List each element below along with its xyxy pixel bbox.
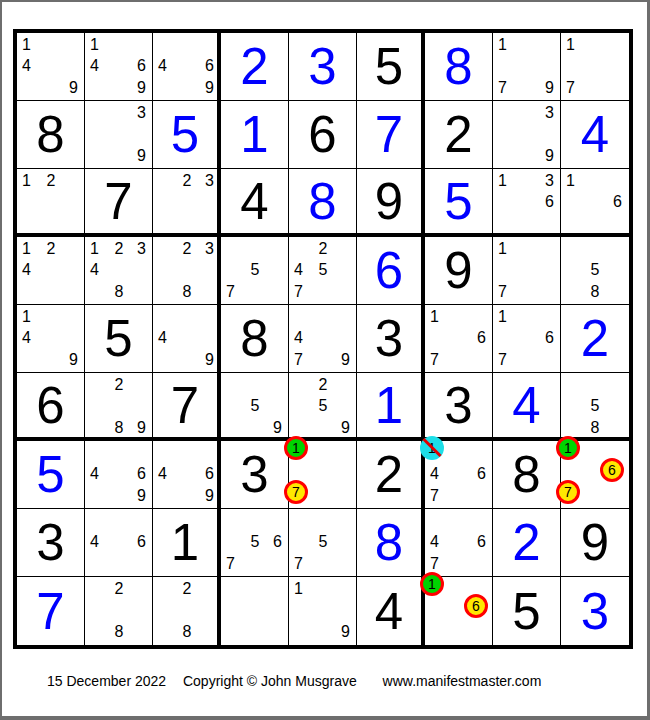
pencil-mark: 2 xyxy=(108,238,130,260)
pencil-mark: 9 xyxy=(128,485,150,507)
candidate-circle-yellow: 6 xyxy=(464,594,488,618)
cell-r9c3[interactable]: 28 xyxy=(153,577,221,645)
given-digit: 5 xyxy=(104,309,132,368)
pencil-mark: 6 xyxy=(264,531,286,553)
pencil-mark: 1 xyxy=(494,306,516,328)
solved-digit: 6 xyxy=(375,241,403,300)
cell-r4c2[interactable]: 12348 xyxy=(85,237,153,305)
pencil-mark: 9 xyxy=(128,77,150,99)
pencil-mark: 8 xyxy=(108,417,130,439)
pencil-mark: 5 xyxy=(244,259,266,281)
cell-r5c8[interactable]: 167 xyxy=(493,305,561,373)
cell-r1c1[interactable]: 149 xyxy=(17,33,85,101)
pencil-mark: 6 xyxy=(128,531,150,553)
footer-date: 15 December 2022 xyxy=(47,673,166,689)
pencil-mark: 3 xyxy=(536,102,558,124)
pencil-mark: 4 xyxy=(86,55,108,77)
given-digit: 3 xyxy=(444,376,472,435)
cell-r9c5[interactable]: 19 xyxy=(289,577,357,645)
cell-r7c3[interactable]: 469 xyxy=(153,441,221,509)
pencil-mark: 8 xyxy=(108,621,130,643)
cell-r2c7[interactable]: 2 xyxy=(425,101,493,169)
pencil-mark: 9 xyxy=(196,77,218,99)
pencil-mark: 7 xyxy=(494,349,516,371)
cell-r9c9[interactable]: 3 xyxy=(561,577,629,645)
cell-r2c5[interactable]: 6 xyxy=(289,101,357,169)
pencil-mark: 1 xyxy=(494,238,516,260)
solved-digit: 1 xyxy=(240,105,268,164)
candidate-circle-green: 1 xyxy=(420,572,444,596)
pencil-mark: 2 xyxy=(108,374,130,396)
pencil-mark: 5 xyxy=(312,259,334,281)
pencil-mark: 9 xyxy=(196,349,218,371)
given-digit: 7 xyxy=(104,172,132,231)
cell-r3c8[interactable]: 136 xyxy=(493,169,561,237)
pencil-mark: 2 xyxy=(108,578,130,600)
pencil-mark: 9 xyxy=(196,485,218,507)
pencil-mark: 7 xyxy=(222,553,244,575)
cell-r8c7[interactable]: 467 xyxy=(425,509,493,577)
cell-r6c7[interactable]: 3 xyxy=(425,373,493,441)
pencil-mark: 3 xyxy=(196,238,218,260)
pencil-mark: 4 xyxy=(86,531,108,553)
cell-r8c6[interactable]: 8 xyxy=(357,509,425,577)
cell-r4c8[interactable]: 17 xyxy=(493,237,561,305)
cell-r5c9[interactable]: 2 xyxy=(561,305,629,373)
solved-digit: 1 xyxy=(375,376,403,435)
pencil-mark: 5 xyxy=(584,395,606,417)
cell-r3c7[interactable]: 5 xyxy=(425,169,493,237)
cell-r9c7[interactable]: 16 xyxy=(425,577,493,645)
cell-r7c5[interactable]: 17 xyxy=(289,441,357,509)
cell-r8c8[interactable]: 2 xyxy=(493,509,561,577)
pencil-mark: 5 xyxy=(584,259,606,281)
candidate-circle-yellow: 6 xyxy=(600,458,624,482)
pencil-mark: 9 xyxy=(332,349,354,371)
cell-r6c9[interactable]: 58 xyxy=(561,373,629,441)
cell-r6c6[interactable]: 1 xyxy=(357,373,425,441)
cell-r6c5[interactable]: 259 xyxy=(289,373,357,441)
pencil-mark: 2 xyxy=(312,374,334,396)
pencil-mark: 4 xyxy=(18,55,40,77)
pencil-mark: 1 xyxy=(18,306,40,328)
pencil-mark: 2 xyxy=(176,170,198,192)
cell-r5c7[interactable]: 167 xyxy=(425,305,493,373)
solved-digit: 4 xyxy=(581,105,609,164)
pencil-mark: 9 xyxy=(264,417,286,439)
pencil-mark: 5 xyxy=(244,531,266,553)
pencil-mark: 4 xyxy=(426,463,448,485)
pencil-mark: 1 xyxy=(86,238,108,260)
cell-r2c9[interactable]: 4 xyxy=(561,101,629,169)
solved-digit: 8 xyxy=(375,513,403,572)
candidate-eliminated-cyan: 1 xyxy=(420,436,444,460)
cell-r3c4[interactable]: 4 xyxy=(221,169,289,237)
cell-r1c8[interactable]: 179 xyxy=(493,33,561,101)
cell-r5c1[interactable]: 149 xyxy=(17,305,85,373)
cell-r8c4[interactable]: 567 xyxy=(221,509,289,577)
footer: 15 December 2022 Copyright © John Musgra… xyxy=(47,673,541,689)
pencil-mark: 2 xyxy=(40,170,62,192)
cell-r6c2[interactable]: 289 xyxy=(85,373,153,441)
given-digit: 3 xyxy=(240,445,268,504)
pencil-mark: 7 xyxy=(426,485,448,507)
pencil-mark: 6 xyxy=(196,463,218,485)
cell-r3c2[interactable]: 7 xyxy=(85,169,153,237)
pencil-mark: 9 xyxy=(536,77,558,99)
pencil-mark: 9 xyxy=(332,621,354,643)
cell-r5c3[interactable]: 49 xyxy=(153,305,221,373)
candidate-circle-green: 1 xyxy=(284,436,308,460)
given-digit: 6 xyxy=(308,105,336,164)
pencil-mark: 4 xyxy=(18,259,40,281)
cell-r9c8[interactable]: 5 xyxy=(493,577,561,645)
pencil-mark: 6 xyxy=(196,55,218,77)
candidate-circle-green: 1 xyxy=(556,436,580,460)
cell-r2c6[interactable]: 7 xyxy=(357,101,425,169)
pencil-mark: 6 xyxy=(536,191,558,213)
pencil-mark: 1 xyxy=(494,170,516,192)
pencil-mark: 4 xyxy=(86,259,108,281)
pencil-mark: 6 xyxy=(128,463,150,485)
pencil-mark: 6 xyxy=(468,327,490,349)
pencil-mark: 9 xyxy=(128,145,150,167)
given-digit: 3 xyxy=(36,513,64,572)
footer-copyright: Copyright © John Musgrave xyxy=(183,673,357,689)
sudoku-grid: 1491469469235817917839516723941272348951… xyxy=(13,29,633,649)
given-digit: 2 xyxy=(375,445,403,504)
pencil-mark: 8 xyxy=(584,417,606,439)
pencil-mark: 6 xyxy=(468,531,490,553)
cell-r7c8[interactable]: 8 xyxy=(493,441,561,509)
pencil-mark: 1 xyxy=(18,170,40,192)
cell-r1c2[interactable]: 1469 xyxy=(85,33,153,101)
pencil-mark: 5 xyxy=(312,531,334,553)
pencil-mark: 1 xyxy=(18,238,40,260)
pencil-mark: 8 xyxy=(176,281,198,303)
pencil-mark: 8 xyxy=(584,281,606,303)
solved-digit: 7 xyxy=(375,105,403,164)
pencil-mark: 1 xyxy=(18,34,40,56)
cell-r6c8[interactable]: 4 xyxy=(493,373,561,441)
solved-digit: 3 xyxy=(581,582,609,641)
solved-digit: 7 xyxy=(36,582,64,641)
cell-r5c5[interactable]: 479 xyxy=(289,305,357,373)
pencil-mark: 3 xyxy=(128,102,150,124)
footer-website: www.manifestmaster.com xyxy=(383,673,542,689)
cell-r8c5[interactable]: 57 xyxy=(289,509,357,577)
cell-r4c4[interactable]: 57 xyxy=(221,237,289,305)
cell-r3c9[interactable]: 16 xyxy=(561,169,629,237)
cell-r5c4[interactable]: 8 xyxy=(221,305,289,373)
cell-r4c7[interactable]: 9 xyxy=(425,237,493,305)
pencil-mark: 7 xyxy=(290,349,312,371)
pencil-mark: 8 xyxy=(108,281,130,303)
pencil-mark: 9 xyxy=(60,349,82,371)
given-digit: 9 xyxy=(581,513,609,572)
pencil-mark: 2 xyxy=(40,238,62,260)
pencil-mark: 7 xyxy=(562,77,584,99)
given-digit: 5 xyxy=(375,37,403,96)
pencil-mark: 9 xyxy=(332,417,354,439)
given-digit: 8 xyxy=(512,445,540,504)
solved-digit: 2 xyxy=(581,309,609,368)
given-digit: 9 xyxy=(444,241,472,300)
cell-r8c2[interactable]: 46 xyxy=(85,509,153,577)
cell-r2c4[interactable]: 1 xyxy=(221,101,289,169)
pencil-mark: 7 xyxy=(494,281,516,303)
pencil-mark: 6 xyxy=(468,463,490,485)
cell-r2c8[interactable]: 39 xyxy=(493,101,561,169)
cell-r1c3[interactable]: 469 xyxy=(153,33,221,101)
pencil-mark: 1 xyxy=(562,34,584,56)
pencil-mark: 9 xyxy=(128,417,150,439)
pencil-mark: 7 xyxy=(290,553,312,575)
cell-r6c1[interactable]: 6 xyxy=(17,373,85,441)
cell-r9c4[interactable] xyxy=(221,577,289,645)
given-digit: 5 xyxy=(512,582,540,641)
pencil-mark: 8 xyxy=(176,621,198,643)
cell-r1c7[interactable]: 8 xyxy=(425,33,493,101)
pencil-mark: 3 xyxy=(536,170,558,192)
cell-r8c9[interactable]: 9 xyxy=(561,509,629,577)
pencil-mark: 2 xyxy=(176,578,198,600)
cell-r2c3[interactable]: 5 xyxy=(153,101,221,169)
given-digit: 9 xyxy=(375,172,403,231)
cell-r2c1[interactable]: 8 xyxy=(17,101,85,169)
given-digit: 2 xyxy=(444,105,472,164)
cell-r5c6[interactable]: 3 xyxy=(357,305,425,373)
cell-r9c2[interactable]: 28 xyxy=(85,577,153,645)
pencil-mark: 9 xyxy=(60,77,82,99)
cell-r9c1[interactable]: 7 xyxy=(17,577,85,645)
solved-digit: 2 xyxy=(512,513,540,572)
pencil-mark: 1 xyxy=(86,34,108,56)
cell-r7c6[interactable]: 2 xyxy=(357,441,425,509)
cell-r1c9[interactable]: 17 xyxy=(561,33,629,101)
cell-r4c5[interactable]: 2457 xyxy=(289,237,357,305)
cell-r3c6[interactable]: 9 xyxy=(357,169,425,237)
pencil-mark: 5 xyxy=(244,395,266,417)
cell-r4c9[interactable]: 58 xyxy=(561,237,629,305)
pencil-mark: 4 xyxy=(426,531,448,553)
pencil-mark: 4 xyxy=(154,463,176,485)
given-digit: 3 xyxy=(375,309,403,368)
cell-r9c6[interactable]: 4 xyxy=(357,577,425,645)
cell-r3c5[interactable]: 8 xyxy=(289,169,357,237)
given-digit: 6 xyxy=(36,376,64,435)
pencil-mark: 7 xyxy=(494,77,516,99)
pencil-mark: 1 xyxy=(426,306,448,328)
cell-r7c2[interactable]: 469 xyxy=(85,441,153,509)
cell-r1c5[interactable]: 3 xyxy=(289,33,357,101)
candidate-circle-yellow: 7 xyxy=(284,480,308,504)
solved-digit: 8 xyxy=(444,37,472,96)
pencil-mark: 5 xyxy=(312,395,334,417)
given-digit: 1 xyxy=(171,513,199,572)
cell-r7c9[interactable]: 167 xyxy=(561,441,629,509)
pencil-mark: 9 xyxy=(536,145,558,167)
cell-r7c1[interactable]: 5 xyxy=(17,441,85,509)
given-digit: 4 xyxy=(375,582,403,641)
pencil-mark: 2 xyxy=(312,238,334,260)
cell-r4c6[interactable]: 6 xyxy=(357,237,425,305)
cell-r3c3[interactable]: 23 xyxy=(153,169,221,237)
pencil-mark: 2 xyxy=(176,238,198,260)
solved-digit: 5 xyxy=(444,172,472,231)
cell-r7c4[interactable]: 3 xyxy=(221,441,289,509)
solved-digit: 5 xyxy=(171,105,199,164)
pencil-mark: 6 xyxy=(536,327,558,349)
solved-digit: 8 xyxy=(308,172,336,231)
pencil-mark: 6 xyxy=(128,55,150,77)
cell-r3c1[interactable]: 12 xyxy=(17,169,85,237)
pencil-mark: 1 xyxy=(562,170,584,192)
solved-digit: 4 xyxy=(512,376,540,435)
cell-r1c4[interactable]: 2 xyxy=(221,33,289,101)
sudoku-page: 1491469469235817917839516723941272348951… xyxy=(0,0,650,720)
pencil-mark: 6 xyxy=(604,191,626,213)
pencil-mark: 4 xyxy=(154,327,176,349)
given-digit: 4 xyxy=(240,172,268,231)
pencil-mark: 3 xyxy=(128,238,150,260)
cell-r4c1[interactable]: 124 xyxy=(17,237,85,305)
pencil-mark: 4 xyxy=(290,259,312,281)
pencil-mark: 7 xyxy=(222,281,244,303)
solved-digit: 2 xyxy=(240,37,268,96)
pencil-mark: 4 xyxy=(18,327,40,349)
cell-r5c2[interactable]: 5 xyxy=(85,305,153,373)
cell-r7c7[interactable]: 4671 xyxy=(425,441,493,509)
cell-r1c6[interactable]: 5 xyxy=(357,33,425,101)
pencil-mark: 7 xyxy=(290,281,312,303)
cell-r8c3[interactable]: 1 xyxy=(153,509,221,577)
cell-r8c1[interactable]: 3 xyxy=(17,509,85,577)
pencil-mark: 4 xyxy=(86,463,108,485)
cell-r2c2[interactable]: 39 xyxy=(85,101,153,169)
pencil-mark: 3 xyxy=(196,170,218,192)
solved-digit: 3 xyxy=(308,37,336,96)
cell-r6c4[interactable]: 59 xyxy=(221,373,289,441)
candidate-circle-yellow: 7 xyxy=(556,480,580,504)
given-digit: 7 xyxy=(171,376,199,435)
pencil-mark: 4 xyxy=(154,55,176,77)
cell-r4c3[interactable]: 238 xyxy=(153,237,221,305)
cell-r6c3[interactable]: 7 xyxy=(153,373,221,441)
given-digit: 8 xyxy=(240,309,268,368)
pencil-mark: 1 xyxy=(494,34,516,56)
pencil-mark: 7 xyxy=(426,349,448,371)
given-digit: 8 xyxy=(36,105,64,164)
pencil-mark: 1 xyxy=(290,578,312,600)
solved-digit: 5 xyxy=(36,445,64,504)
pencil-mark: 4 xyxy=(290,327,312,349)
